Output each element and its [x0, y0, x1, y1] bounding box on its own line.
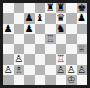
square-e7[interactable]: [45, 13, 56, 23]
square-b3[interactable]: ♙: [14, 54, 25, 64]
square-e4[interactable]: [45, 44, 56, 54]
square-a5[interactable]: [3, 34, 14, 44]
square-b5[interactable]: [14, 34, 25, 44]
piece-bp-a6[interactable]: ♟: [4, 24, 13, 34]
piece-wk-g1[interactable]: ♔: [67, 75, 76, 85]
square-h3[interactable]: [77, 54, 88, 64]
square-f2[interactable]: ♙: [56, 65, 67, 75]
square-d1[interactable]: [35, 75, 46, 85]
square-f3[interactable]: ♖: [56, 54, 67, 64]
piece-wp-b3[interactable]: ♙: [14, 54, 23, 64]
square-c8[interactable]: [24, 3, 35, 13]
square-d4[interactable]: [35, 44, 46, 54]
square-a4[interactable]: [3, 44, 14, 54]
square-b1[interactable]: [14, 75, 25, 85]
piece-bp-c7[interactable]: ♟: [25, 13, 34, 23]
square-b7[interactable]: [14, 13, 25, 23]
square-e1[interactable]: [45, 75, 56, 85]
square-h2[interactable]: ♙: [77, 65, 88, 75]
piece-wq-h4[interactable]: ♕: [77, 44, 86, 54]
square-e8[interactable]: ♜: [45, 3, 56, 13]
piece-wp-f2[interactable]: ♙: [56, 65, 65, 75]
square-c3[interactable]: [24, 54, 35, 64]
square-a2[interactable]: ♙: [3, 65, 14, 75]
square-g5[interactable]: [66, 34, 77, 44]
piece-wp-g2[interactable]: ♙: [67, 65, 76, 75]
square-d2[interactable]: [35, 65, 46, 75]
square-d5[interactable]: [35, 34, 46, 44]
piece-wr-f3[interactable]: ♖: [56, 54, 65, 64]
square-h5[interactable]: [77, 34, 88, 44]
square-h7[interactable]: ♟: [77, 13, 88, 23]
square-c4[interactable]: [24, 44, 35, 54]
piece-wr-e5[interactable]: ♖: [46, 34, 55, 44]
square-b6[interactable]: [14, 24, 25, 34]
square-e2[interactable]: [45, 65, 56, 75]
piece-wb-b2[interactable]: ♗: [14, 65, 23, 75]
square-h8[interactable]: ♚: [77, 3, 88, 13]
square-c6[interactable]: ♟: [24, 24, 35, 34]
piece-bq-f7[interactable]: ♛: [56, 13, 65, 23]
square-a7[interactable]: [3, 13, 14, 23]
square-b4[interactable]: [14, 44, 25, 54]
square-a8[interactable]: [3, 3, 14, 13]
square-f1[interactable]: [56, 75, 67, 85]
square-h6[interactable]: [77, 24, 88, 34]
square-c5[interactable]: [24, 34, 35, 44]
chess-board-frame: ♜♜♚♟♝♛♟♟♟♞♖♕♙♖♙♗♙♙♙♔: [0, 0, 90, 88]
piece-bp-h7[interactable]: ♟: [77, 13, 86, 23]
square-c7[interactable]: ♟: [24, 13, 35, 23]
square-d6[interactable]: [35, 24, 46, 34]
square-f5[interactable]: [56, 34, 67, 44]
square-a3[interactable]: [3, 54, 14, 64]
piece-bk-h8[interactable]: ♚: [77, 3, 86, 13]
square-c1[interactable]: [24, 75, 35, 85]
square-g4[interactable]: [66, 44, 77, 54]
square-b8[interactable]: [14, 3, 25, 13]
square-h1[interactable]: [77, 75, 88, 85]
piece-bn-f6[interactable]: ♞: [56, 24, 65, 34]
square-h4[interactable]: ♕: [77, 44, 88, 54]
piece-bp-c6[interactable]: ♟: [25, 24, 34, 34]
piece-br-e8[interactable]: ♜: [46, 3, 55, 13]
square-b2[interactable]: ♗: [14, 65, 25, 75]
square-d8[interactable]: [35, 3, 46, 13]
piece-wp-h2[interactable]: ♙: [77, 65, 86, 75]
square-d7[interactable]: ♝: [35, 13, 46, 23]
square-c2[interactable]: [24, 65, 35, 75]
square-g7[interactable]: [66, 13, 77, 23]
chess-board: ♜♜♚♟♝♛♟♟♟♞♖♕♙♖♙♗♙♙♙♔: [3, 3, 87, 85]
square-f6[interactable]: ♞: [56, 24, 67, 34]
square-d3[interactable]: [35, 54, 46, 64]
square-g1[interactable]: ♔: [66, 75, 77, 85]
square-f7[interactable]: ♛: [56, 13, 67, 23]
square-e5[interactable]: ♖: [45, 34, 56, 44]
square-a6[interactable]: ♟: [3, 24, 14, 34]
square-e3[interactable]: [45, 54, 56, 64]
square-a1[interactable]: [3, 75, 14, 85]
piece-br-f8[interactable]: ♜: [56, 3, 65, 13]
square-g2[interactable]: ♙: [66, 65, 77, 75]
piece-bb-d7[interactable]: ♝: [35, 13, 44, 23]
piece-wp-a2[interactable]: ♙: [4, 65, 13, 75]
square-g3[interactable]: [66, 54, 77, 64]
square-f4[interactable]: [56, 44, 67, 54]
square-e6[interactable]: [45, 24, 56, 34]
square-f8[interactable]: ♜: [56, 3, 67, 13]
square-g6[interactable]: [66, 24, 77, 34]
square-g8[interactable]: [66, 3, 77, 13]
